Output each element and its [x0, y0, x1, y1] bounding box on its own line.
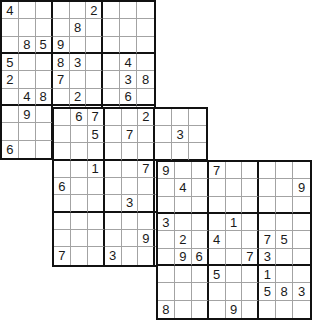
empty-cell[interactable] — [175, 214, 192, 231]
empty-cell[interactable] — [53, 89, 70, 106]
given-digit-cell: 9 — [19, 106, 36, 123]
empty-cell[interactable] — [137, 2, 154, 19]
given-digit-cell: 8 — [70, 19, 87, 36]
given-digit-cell: 5 — [276, 231, 293, 248]
given-digit-cell: 7 — [209, 162, 226, 179]
empty-cell[interactable] — [158, 179, 175, 196]
empty-cell[interactable] — [122, 247, 139, 264]
empty-cell[interactable] — [105, 109, 122, 126]
empty-cell[interactable] — [105, 230, 122, 247]
given-digit-cell: 3 — [293, 283, 310, 300]
empty-cell[interactable] — [103, 71, 120, 88]
given-digit-cell: 2 — [86, 2, 103, 19]
empty-cell[interactable] — [209, 179, 226, 196]
empty-cell[interactable] — [54, 213, 71, 230]
empty-cell[interactable] — [70, 37, 87, 54]
empty-cell[interactable] — [192, 179, 209, 196]
given-digit-cell: 5 — [259, 283, 276, 300]
given-digit-cell: 3 — [259, 249, 276, 266]
given-digit-cell: 9 — [138, 230, 155, 247]
empty-cell[interactable] — [53, 2, 70, 19]
empty-cell[interactable] — [138, 126, 155, 143]
empty-cell[interactable] — [293, 214, 310, 231]
empty-cell[interactable] — [103, 2, 120, 19]
given-digit-cell: 4 — [175, 179, 192, 196]
empty-cell[interactable] — [19, 19, 36, 36]
empty-cell[interactable] — [36, 123, 53, 140]
empty-cell[interactable] — [71, 213, 88, 230]
empty-cell[interactable] — [36, 141, 53, 158]
given-digit-cell: 5 — [2, 54, 19, 71]
sudoku-grid-bottom-right: 974931247596735158389 — [156, 160, 312, 320]
given-digit-cell: 3 — [105, 247, 122, 264]
given-digit-cell: 7 — [242, 249, 259, 266]
empty-cell[interactable] — [209, 301, 226, 318]
empty-cell[interactable] — [120, 2, 137, 19]
empty-cell[interactable] — [103, 19, 120, 36]
empty-cell[interactable] — [276, 162, 293, 179]
given-digit-cell: 9 — [158, 162, 175, 179]
empty-cell[interactable] — [105, 195, 122, 212]
empty-cell[interactable] — [155, 109, 172, 126]
empty-cell[interactable] — [192, 301, 209, 318]
empty-cell[interactable] — [71, 178, 88, 195]
given-digit-cell: 7 — [138, 161, 155, 178]
empty-cell[interactable] — [293, 231, 310, 248]
empty-cell[interactable] — [175, 283, 192, 300]
given-digit-cell: 6 — [54, 178, 71, 195]
empty-cell[interactable] — [54, 109, 71, 126]
empty-cell[interactable] — [137, 89, 154, 106]
empty-cell[interactable] — [122, 178, 139, 195]
empty-cell[interactable] — [293, 249, 310, 266]
given-digit-cell: 1 — [226, 214, 243, 231]
empty-cell[interactable] — [54, 230, 71, 247]
empty-cell[interactable] — [86, 71, 103, 88]
empty-cell[interactable] — [226, 283, 243, 300]
empty-cell[interactable] — [88, 195, 105, 212]
empty-cell[interactable] — [276, 266, 293, 283]
empty-cell[interactable] — [226, 162, 243, 179]
given-digit-cell: 6 — [2, 141, 19, 158]
empty-cell[interactable] — [2, 89, 19, 106]
given-digit-cell: 6 — [192, 249, 209, 266]
empty-cell[interactable] — [192, 214, 209, 231]
empty-cell[interactable] — [88, 230, 105, 247]
empty-cell[interactable] — [53, 19, 70, 36]
empty-cell[interactable] — [137, 37, 154, 54]
empty-cell[interactable] — [54, 161, 71, 178]
empty-cell[interactable] — [71, 195, 88, 212]
given-digit-cell: 5 — [88, 126, 105, 143]
given-digit-cell: 8 — [53, 54, 70, 71]
empty-cell[interactable] — [19, 71, 36, 88]
empty-cell[interactable] — [19, 54, 36, 71]
empty-cell[interactable] — [120, 19, 137, 36]
empty-cell[interactable] — [105, 178, 122, 195]
empty-cell[interactable] — [158, 283, 175, 300]
empty-cell[interactable] — [158, 266, 175, 283]
empty-cell[interactable] — [293, 301, 310, 318]
empty-cell[interactable] — [86, 89, 103, 106]
empty-cell[interactable] — [137, 54, 154, 71]
empty-cell[interactable] — [192, 197, 209, 214]
empty-cell[interactable] — [54, 195, 71, 212]
empty-cell[interactable] — [71, 126, 88, 143]
empty-cell[interactable] — [242, 301, 259, 318]
empty-cell[interactable] — [226, 179, 243, 196]
empty-cell[interactable] — [242, 266, 259, 283]
puzzle-board: 4288595834273848269672576672573179643392… — [0, 0, 312, 320]
empty-cell[interactable] — [192, 162, 209, 179]
empty-cell[interactable] — [172, 109, 189, 126]
given-digit-cell: 9 — [175, 249, 192, 266]
empty-cell[interactable] — [88, 178, 105, 195]
given-digit-cell: 7 — [53, 71, 70, 88]
empty-cell[interactable] — [242, 197, 259, 214]
given-digit-cell: 3 — [172, 126, 189, 143]
empty-cell[interactable] — [276, 197, 293, 214]
empty-cell[interactable] — [175, 301, 192, 318]
given-digit-cell: 7 — [88, 109, 105, 126]
given-digit-cell: 1 — [259, 266, 276, 283]
empty-cell[interactable] — [158, 197, 175, 214]
empty-cell[interactable] — [105, 143, 122, 160]
empty-cell[interactable] — [209, 197, 226, 214]
empty-cell[interactable] — [209, 214, 226, 231]
given-digit-cell: 2 — [138, 109, 155, 126]
empty-cell[interactable] — [259, 162, 276, 179]
empty-cell[interactable] — [175, 197, 192, 214]
empty-cell[interactable] — [36, 19, 53, 36]
given-digit-cell: 4 — [120, 54, 137, 71]
empty-cell[interactable] — [192, 283, 209, 300]
given-digit-cell: 9 — [226, 301, 243, 318]
empty-cell[interactable] — [120, 37, 137, 54]
empty-cell[interactable] — [189, 109, 206, 126]
empty-cell[interactable] — [192, 231, 209, 248]
empty-cell[interactable] — [86, 19, 103, 36]
empty-cell[interactable] — [242, 214, 259, 231]
empty-cell[interactable] — [172, 143, 189, 160]
empty-cell[interactable] — [54, 126, 71, 143]
empty-cell[interactable] — [103, 54, 120, 71]
empty-cell[interactable] — [70, 2, 87, 19]
empty-cell[interactable] — [209, 283, 226, 300]
empty-cell[interactable] — [2, 106, 19, 123]
empty-cell[interactable] — [138, 247, 155, 264]
given-digit-cell: 2 — [175, 231, 192, 248]
empty-cell[interactable] — [155, 143, 172, 160]
empty-cell[interactable] — [259, 197, 276, 214]
empty-cell[interactable] — [36, 54, 53, 71]
empty-cell[interactable] — [36, 71, 53, 88]
given-digit-cell: 3 — [120, 71, 137, 88]
empty-cell[interactable] — [226, 266, 243, 283]
empty-cell[interactable] — [86, 54, 103, 71]
empty-cell[interactable] — [71, 161, 88, 178]
given-digit-cell: 7 — [122, 126, 139, 143]
empty-cell[interactable] — [192, 266, 209, 283]
empty-cell[interactable] — [226, 249, 243, 266]
given-digit-cell: 2 — [70, 89, 87, 106]
given-digit-cell: 8 — [36, 89, 53, 106]
empty-cell[interactable] — [105, 161, 122, 178]
empty-cell[interactable] — [19, 141, 36, 158]
empty-cell[interactable] — [70, 71, 87, 88]
empty-cell[interactable] — [122, 143, 139, 160]
empty-cell[interactable] — [276, 214, 293, 231]
empty-cell[interactable] — [209, 249, 226, 266]
empty-cell[interactable] — [88, 143, 105, 160]
given-digit-cell: 5 — [36, 37, 53, 54]
empty-cell[interactable] — [242, 231, 259, 248]
empty-cell[interactable] — [54, 143, 71, 160]
empty-cell[interactable] — [71, 230, 88, 247]
empty-cell[interactable] — [293, 266, 310, 283]
empty-cell[interactable] — [189, 143, 206, 160]
empty-cell[interactable] — [242, 283, 259, 300]
empty-cell[interactable] — [137, 19, 154, 36]
empty-cell[interactable] — [71, 143, 88, 160]
empty-cell[interactable] — [88, 213, 105, 230]
empty-cell[interactable] — [138, 178, 155, 195]
empty-cell[interactable] — [276, 301, 293, 318]
given-digit-cell: 4 — [2, 2, 19, 19]
empty-cell[interactable] — [36, 106, 53, 123]
empty-cell[interactable] — [158, 249, 175, 266]
empty-cell[interactable] — [158, 231, 175, 248]
empty-cell[interactable] — [19, 123, 36, 140]
given-digit-cell: 6 — [120, 89, 137, 106]
empty-cell[interactable] — [175, 266, 192, 283]
empty-cell[interactable] — [122, 213, 139, 230]
empty-cell[interactable] — [86, 37, 103, 54]
empty-cell[interactable] — [242, 179, 259, 196]
given-digit-cell: 3 — [70, 54, 87, 71]
given-digit-cell: 1 — [88, 161, 105, 178]
empty-cell[interactable] — [2, 19, 19, 36]
empty-cell[interactable] — [2, 37, 19, 54]
empty-cell[interactable] — [122, 230, 139, 247]
given-digit-cell: 8 — [158, 301, 175, 318]
given-digit-cell: 2 — [2, 71, 19, 88]
given-digit-cell: 6 — [71, 109, 88, 126]
empty-cell[interactable] — [259, 214, 276, 231]
empty-cell[interactable] — [276, 249, 293, 266]
empty-cell[interactable] — [105, 126, 122, 143]
empty-cell[interactable] — [242, 162, 259, 179]
given-digit-cell: 4 — [19, 89, 36, 106]
empty-cell[interactable] — [122, 161, 139, 178]
empty-cell[interactable] — [36, 2, 53, 19]
empty-cell[interactable] — [71, 247, 88, 264]
empty-cell[interactable] — [122, 109, 139, 126]
empty-cell[interactable] — [138, 143, 155, 160]
empty-cell[interactable] — [189, 126, 206, 143]
given-digit-cell: 3 — [158, 214, 175, 231]
given-digit-cell: 4 — [209, 231, 226, 248]
empty-cell[interactable] — [138, 213, 155, 230]
empty-cell[interactable] — [259, 179, 276, 196]
given-digit-cell: 8 — [137, 71, 154, 88]
given-digit-cell: 9 — [293, 179, 310, 196]
empty-cell[interactable] — [155, 126, 172, 143]
empty-cell[interactable] — [293, 197, 310, 214]
empty-cell[interactable] — [103, 37, 120, 54]
empty-cell[interactable] — [2, 123, 19, 140]
given-digit-cell: 7 — [54, 247, 71, 264]
given-digit-cell: 7 — [259, 231, 276, 248]
empty-cell[interactable] — [105, 213, 122, 230]
empty-cell[interactable] — [293, 162, 310, 179]
empty-cell[interactable] — [88, 247, 105, 264]
given-digit-cell: 8 — [19, 37, 36, 54]
given-digit-cell: 8 — [276, 283, 293, 300]
empty-cell[interactable] — [259, 301, 276, 318]
given-digit-cell: 5 — [209, 266, 226, 283]
empty-cell[interactable] — [19, 2, 36, 19]
empty-cell[interactable] — [175, 162, 192, 179]
empty-cell[interactable] — [103, 89, 120, 106]
empty-cell[interactable] — [276, 179, 293, 196]
given-digit-cell: 3 — [122, 195, 139, 212]
given-digit-cell: 9 — [53, 37, 70, 54]
empty-cell[interactable] — [138, 195, 155, 212]
empty-cell[interactable] — [226, 231, 243, 248]
empty-cell[interactable] — [226, 197, 243, 214]
